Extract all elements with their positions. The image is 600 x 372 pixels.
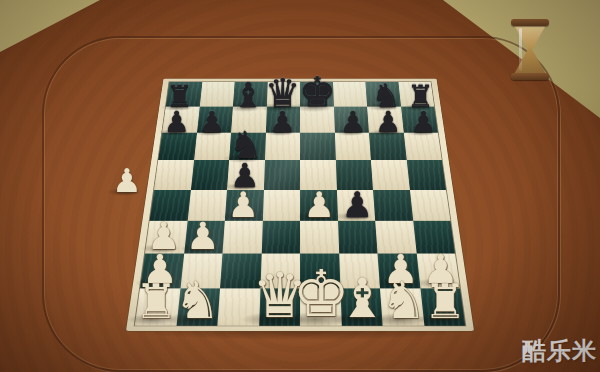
hourglass-top-cap xyxy=(511,19,549,26)
piece-black-P-b7[interactable]: ♟ xyxy=(199,108,225,137)
piece-white-B-f1[interactable]: ♝ xyxy=(338,272,387,326)
square-g4[interactable] xyxy=(373,190,413,221)
piece-white-R-a1[interactable]: ♜ xyxy=(135,279,178,327)
piece-black-P-a7[interactable]: ♟ xyxy=(164,108,190,137)
piece-white-N-g1[interactable]: ♞ xyxy=(381,275,427,326)
square-a5[interactable] xyxy=(154,160,194,189)
watermark: 酷乐米 xyxy=(522,335,597,367)
square-e6[interactable] xyxy=(300,133,335,161)
piece-black-P-d7[interactable]: ♟ xyxy=(269,108,295,137)
hourglass-bottom-cap xyxy=(511,73,549,80)
piece-white-P-e4[interactable]: ♟ xyxy=(303,187,335,222)
piece-white-P-b3[interactable]: ♟ xyxy=(186,217,220,255)
piece-white-P-captured[interactable]: ♟ xyxy=(112,165,141,198)
piece-black-P-g7[interactable]: ♟ xyxy=(375,108,401,137)
square-f8[interactable] xyxy=(333,82,367,107)
square-b5[interactable] xyxy=(191,160,230,189)
hourglass-icon xyxy=(511,19,549,80)
square-g5[interactable] xyxy=(371,160,410,189)
piece-white-P-c4[interactable]: ♟ xyxy=(228,187,260,222)
hourglass-glint xyxy=(519,28,522,71)
square-b8[interactable] xyxy=(199,82,234,107)
square-f3[interactable] xyxy=(338,220,378,253)
piece-white-R-h1[interactable]: ♜ xyxy=(424,279,467,327)
square-h4[interactable] xyxy=(409,190,450,221)
square-e3[interactable] xyxy=(300,220,339,253)
piece-black-P-h7[interactable]: ♟ xyxy=(410,108,436,137)
piece-black-P-f7[interactable]: ♟ xyxy=(340,108,366,137)
square-d3[interactable] xyxy=(261,220,300,253)
piece-white-N-b1[interactable]: ♞ xyxy=(174,275,220,326)
square-d4[interactable] xyxy=(262,190,300,221)
chess-game-scene: ♜♝♛♚♞♜♟♟♟♟♟♟♞♟♟♟♟♟♟♟♟♟♜♞♛♚♝♞♜♟ 酷乐米 xyxy=(0,0,600,372)
piece-black-B-c8[interactable]: ♝ xyxy=(233,78,264,113)
piece-black-P-f4[interactable]: ♟ xyxy=(341,187,373,222)
square-c3[interactable] xyxy=(223,220,263,253)
square-h5[interactable] xyxy=(406,160,446,189)
piece-black-K-e8[interactable]: ♚ xyxy=(299,73,336,114)
square-d5[interactable] xyxy=(264,160,300,189)
